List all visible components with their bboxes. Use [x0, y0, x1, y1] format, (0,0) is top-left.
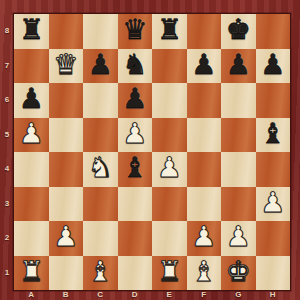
- white-bishop-icon: ♝: [191, 258, 216, 286]
- black-pawn-icon: ♟: [19, 85, 44, 113]
- square-h5[interactable]: ♝: [256, 118, 291, 153]
- white-pawn-icon: ♟: [122, 120, 147, 148]
- file-label-e: E: [152, 290, 187, 300]
- white-rook-icon: ♜: [157, 258, 182, 286]
- square-c1[interactable]: ♝: [83, 256, 118, 291]
- square-e8[interactable]: ♜: [152, 14, 187, 49]
- square-g4[interactable]: [221, 152, 256, 187]
- square-h6[interactable]: [256, 83, 291, 118]
- rank-label-3: 3: [0, 187, 14, 222]
- square-b5[interactable]: [49, 118, 84, 153]
- square-h3[interactable]: ♟: [256, 187, 291, 222]
- square-c4[interactable]: ♞: [83, 152, 118, 187]
- file-label-f: F: [187, 290, 222, 300]
- square-b6[interactable]: [49, 83, 84, 118]
- square-a8[interactable]: ♜: [14, 14, 49, 49]
- square-c7[interactable]: ♟: [83, 49, 118, 84]
- square-g2[interactable]: ♟: [221, 221, 256, 256]
- black-queen-icon: ♛: [122, 16, 147, 44]
- square-a5[interactable]: ♟: [14, 118, 49, 153]
- black-pawn-icon: ♟: [226, 51, 251, 79]
- square-c3[interactable]: [83, 187, 118, 222]
- square-f7[interactable]: ♟: [187, 49, 222, 84]
- square-g7[interactable]: ♟: [221, 49, 256, 84]
- file-label-b: B: [49, 290, 84, 300]
- square-b4[interactable]: [49, 152, 84, 187]
- black-rook-icon: ♜: [157, 16, 182, 44]
- square-a6[interactable]: ♟: [14, 83, 49, 118]
- white-pawn-icon: ♟: [53, 223, 78, 251]
- black-pawn-icon: ♟: [122, 85, 147, 113]
- square-f1[interactable]: ♝: [187, 256, 222, 291]
- white-pawn-icon: ♟: [226, 223, 251, 251]
- white-rook-icon: ♜: [19, 258, 44, 286]
- square-c8[interactable]: [83, 14, 118, 49]
- chess-board: ♜♛♜♚♛♟♞♟♟♟♟♟♟♟♝♞♝♟♟♟♟♟♜♝♜♝♚: [14, 14, 290, 290]
- black-pawn-icon: ♟: [191, 51, 216, 79]
- square-e2[interactable]: [152, 221, 187, 256]
- file-label-a: A: [14, 290, 49, 300]
- file-label-g: G: [221, 290, 256, 300]
- square-g5[interactable]: [221, 118, 256, 153]
- rank-label-6: 6: [0, 83, 14, 118]
- square-f3[interactable]: [187, 187, 222, 222]
- square-e7[interactable]: [152, 49, 187, 84]
- rank-label-7: 7: [0, 49, 14, 84]
- square-h8[interactable]: [256, 14, 291, 49]
- file-label-d: D: [118, 290, 153, 300]
- square-g6[interactable]: [221, 83, 256, 118]
- black-king-icon: ♚: [226, 16, 251, 44]
- square-a2[interactable]: [14, 221, 49, 256]
- square-e5[interactable]: [152, 118, 187, 153]
- white-pawn-icon: ♟: [19, 120, 44, 148]
- square-e6[interactable]: [152, 83, 187, 118]
- square-c6[interactable]: [83, 83, 118, 118]
- square-d2[interactable]: [118, 221, 153, 256]
- square-d6[interactable]: ♟: [118, 83, 153, 118]
- white-pawn-icon: ♟: [260, 189, 285, 217]
- black-rook-icon: ♜: [19, 16, 44, 44]
- black-bishop-icon: ♝: [122, 154, 147, 182]
- rank-label-2: 2: [0, 221, 14, 256]
- square-d7[interactable]: ♞: [118, 49, 153, 84]
- square-g1[interactable]: ♚: [221, 256, 256, 291]
- square-d5[interactable]: ♟: [118, 118, 153, 153]
- square-a4[interactable]: [14, 152, 49, 187]
- square-f8[interactable]: [187, 14, 222, 49]
- black-bishop-icon: ♝: [260, 120, 285, 148]
- black-pawn-icon: ♟: [88, 51, 113, 79]
- white-bishop-icon: ♝: [88, 258, 113, 286]
- rank-label-4: 4: [0, 152, 14, 187]
- white-queen-icon: ♛: [53, 51, 78, 79]
- square-d3[interactable]: [118, 187, 153, 222]
- square-h4[interactable]: [256, 152, 291, 187]
- square-f2[interactable]: ♟: [187, 221, 222, 256]
- square-f4[interactable]: [187, 152, 222, 187]
- square-d8[interactable]: ♛: [118, 14, 153, 49]
- square-h2[interactable]: [256, 221, 291, 256]
- file-label-c: C: [83, 290, 118, 300]
- file-label-h: H: [256, 290, 291, 300]
- square-a1[interactable]: ♜: [14, 256, 49, 291]
- square-g3[interactable]: [221, 187, 256, 222]
- square-h7[interactable]: ♟: [256, 49, 291, 84]
- square-b7[interactable]: ♛: [49, 49, 84, 84]
- board-frame: ♜♛♜♚♛♟♞♟♟♟♟♟♟♟♝♞♝♟♟♟♟♟♜♝♜♝♚ 87654321 ABC…: [0, 0, 300, 300]
- white-king-icon: ♚: [226, 258, 251, 286]
- square-b2[interactable]: ♟: [49, 221, 84, 256]
- rank-label-5: 5: [0, 118, 14, 153]
- square-d1[interactable]: [118, 256, 153, 291]
- square-e3[interactable]: [152, 187, 187, 222]
- square-b3[interactable]: [49, 187, 84, 222]
- rank-label-1: 1: [0, 256, 14, 291]
- square-a7[interactable]: [14, 49, 49, 84]
- square-b8[interactable]: [49, 14, 84, 49]
- square-g8[interactable]: ♚: [221, 14, 256, 49]
- square-c5[interactable]: [83, 118, 118, 153]
- square-a3[interactable]: [14, 187, 49, 222]
- white-knight-icon: ♞: [88, 154, 113, 182]
- white-pawn-icon: ♟: [157, 154, 182, 182]
- square-e1[interactable]: ♜: [152, 256, 187, 291]
- square-b1[interactable]: [49, 256, 84, 291]
- black-knight-icon: ♞: [122, 51, 147, 79]
- square-e4[interactable]: ♟: [152, 152, 187, 187]
- square-c2[interactable]: [83, 221, 118, 256]
- black-pawn-icon: ♟: [260, 51, 285, 79]
- square-d4[interactable]: ♝: [118, 152, 153, 187]
- white-pawn-icon: ♟: [191, 223, 216, 251]
- square-f5[interactable]: [187, 118, 222, 153]
- square-h1[interactable]: [256, 256, 291, 291]
- rank-label-8: 8: [0, 14, 14, 49]
- square-f6[interactable]: [187, 83, 222, 118]
